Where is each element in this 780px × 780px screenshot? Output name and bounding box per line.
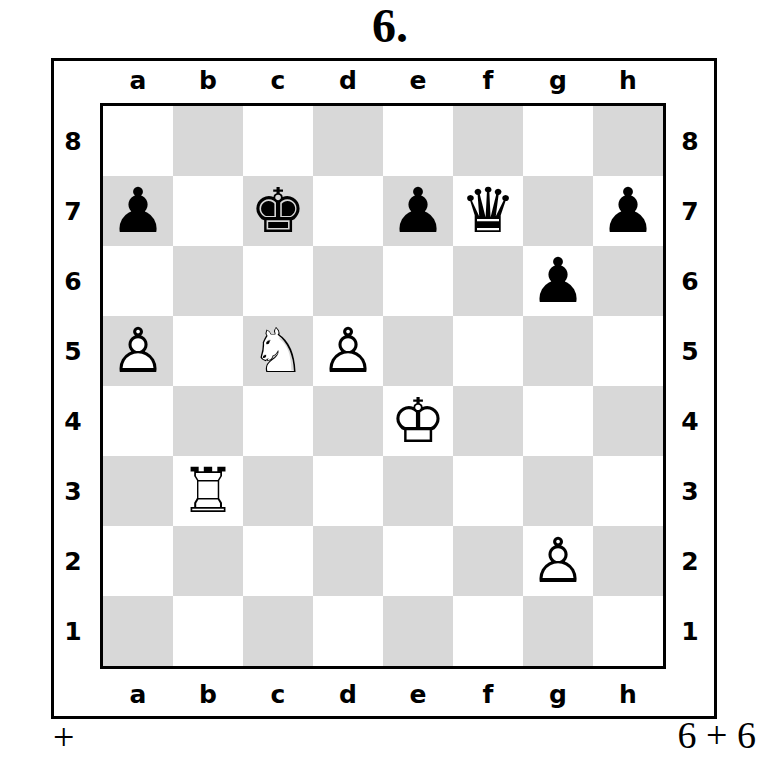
square-e1[interactable] (383, 596, 453, 666)
file-label-b: b (173, 64, 243, 98)
rank-label-1: 1 (55, 596, 91, 666)
square-b4[interactable] (173, 386, 243, 456)
piece-glyph: ♙ (523, 526, 593, 596)
square-h8[interactable] (593, 106, 663, 176)
square-e8[interactable] (383, 106, 453, 176)
square-f6[interactable] (453, 246, 523, 316)
square-e5[interactable] (383, 316, 453, 386)
square-a2[interactable] (103, 526, 173, 596)
square-a8[interactable] (103, 106, 173, 176)
square-e4[interactable]: ♚♔ (383, 386, 453, 456)
piece-glyph: ♖ (173, 456, 243, 526)
square-e6[interactable] (383, 246, 453, 316)
rank-label-5: 5 (672, 316, 708, 386)
piece-glyph: ♟ (593, 176, 663, 246)
square-h3[interactable] (593, 456, 663, 526)
square-b3[interactable]: ♜♖ (173, 456, 243, 526)
square-c7[interactable]: ♚ (243, 176, 313, 246)
square-g4[interactable] (523, 386, 593, 456)
rank-label-8: 8 (672, 106, 708, 176)
rank-label-4: 4 (672, 386, 708, 456)
square-b7[interactable] (173, 176, 243, 246)
rank-label-6: 6 (55, 246, 91, 316)
file-label-c: c (243, 678, 313, 712)
rank-label-5: 5 (55, 316, 91, 386)
square-e3[interactable] (383, 456, 453, 526)
square-h6[interactable] (593, 246, 663, 316)
square-g1[interactable] (523, 596, 593, 666)
square-a7[interactable]: ♟ (103, 176, 173, 246)
square-f4[interactable] (453, 386, 523, 456)
square-f1[interactable] (453, 596, 523, 666)
square-h5[interactable] (593, 316, 663, 386)
square-a4[interactable] (103, 386, 173, 456)
square-f2[interactable] (453, 526, 523, 596)
piece-glyph: ♚ (243, 176, 313, 246)
black-queen: ♛ (453, 176, 523, 246)
white-rook: ♜♖ (173, 456, 243, 526)
square-b6[interactable] (173, 246, 243, 316)
square-g3[interactable] (523, 456, 593, 526)
square-f8[interactable] (453, 106, 523, 176)
piece-glyph: ♛ (453, 176, 523, 246)
white-pawn: ♟♙ (103, 316, 173, 386)
rank-label-2: 2 (672, 526, 708, 596)
white-knight: ♞♘ (243, 316, 313, 386)
rank-label-7: 7 (55, 176, 91, 246)
file-label-g: g (523, 64, 593, 98)
rank-label-3: 3 (55, 456, 91, 526)
square-f7[interactable]: ♛ (453, 176, 523, 246)
piece-glyph: ♙ (103, 316, 173, 386)
square-c2[interactable] (243, 526, 313, 596)
square-f5[interactable] (453, 316, 523, 386)
file-label-f: f (453, 678, 523, 712)
piece-glyph: ♟ (103, 176, 173, 246)
square-e7[interactable]: ♟ (383, 176, 453, 246)
square-c6[interactable] (243, 246, 313, 316)
file-label-f: f (453, 64, 523, 98)
rank-label-4: 4 (55, 386, 91, 456)
rank-label-3: 3 (672, 456, 708, 526)
square-h1[interactable] (593, 596, 663, 666)
square-d1[interactable] (313, 596, 383, 666)
square-c8[interactable] (243, 106, 313, 176)
piece-glyph: ♔ (383, 386, 453, 456)
file-label-e: e (383, 64, 453, 98)
file-labels-top: abcdefgh (103, 64, 663, 98)
rank-label-1: 1 (672, 596, 708, 666)
square-d6[interactable] (313, 246, 383, 316)
square-g6[interactable]: ♟ (523, 246, 593, 316)
piece-count: 6 + 6 (678, 714, 756, 756)
square-a5[interactable]: ♟♙ (103, 316, 173, 386)
square-b1[interactable] (173, 596, 243, 666)
file-label-h: h (593, 678, 663, 712)
square-h2[interactable] (593, 526, 663, 596)
file-label-h: h (593, 64, 663, 98)
file-label-a: a (103, 64, 173, 98)
square-g5[interactable] (523, 316, 593, 386)
square-d2[interactable] (313, 526, 383, 596)
chess-board: ♟♚♟♛♟♟♟♙♞♘♟♙♚♔♜♖♟♙ (100, 103, 666, 669)
square-d4[interactable] (313, 386, 383, 456)
file-label-g: g (523, 678, 593, 712)
square-b2[interactable] (173, 526, 243, 596)
piece-glyph: ♟ (523, 246, 593, 316)
square-d3[interactable] (313, 456, 383, 526)
rank-labels-left: 87654321 (55, 106, 91, 666)
square-a6[interactable] (103, 246, 173, 316)
file-label-d: d (313, 678, 383, 712)
piece-glyph: ♘ (243, 316, 313, 386)
file-label-a: a (103, 678, 173, 712)
white-king: ♚♔ (383, 386, 453, 456)
puzzle-number: 6. (0, 0, 780, 52)
square-a1[interactable] (103, 596, 173, 666)
rank-label-2: 2 (55, 526, 91, 596)
black-pawn: ♟ (593, 176, 663, 246)
rank-label-6: 6 (672, 246, 708, 316)
square-d7[interactable] (313, 176, 383, 246)
file-labels-bottom: abcdefgh (103, 678, 663, 712)
page: 6. abcdefgh 87654321 ♟♚♟♛♟♟♟♙♞♘♟♙♚♔♜♖♟♙ … (0, 0, 780, 780)
square-h4[interactable] (593, 386, 663, 456)
square-g7[interactable] (523, 176, 593, 246)
side-to-move-indicator: + (53, 716, 74, 758)
white-pawn: ♟♙ (523, 526, 593, 596)
square-c3[interactable] (243, 456, 313, 526)
file-label-e: e (383, 678, 453, 712)
black-pawn: ♟ (383, 176, 453, 246)
square-f3[interactable] (453, 456, 523, 526)
square-b5[interactable] (173, 316, 243, 386)
square-c4[interactable] (243, 386, 313, 456)
rank-label-8: 8 (55, 106, 91, 176)
square-c1[interactable] (243, 596, 313, 666)
black-pawn: ♟ (103, 176, 173, 246)
rank-label-7: 7 (672, 176, 708, 246)
piece-glyph: ♟ (383, 176, 453, 246)
rank-labels-right: 87654321 (672, 106, 708, 666)
black-king: ♚ (243, 176, 313, 246)
square-e2[interactable] (383, 526, 453, 596)
square-d5[interactable]: ♟♙ (313, 316, 383, 386)
square-c5[interactable]: ♞♘ (243, 316, 313, 386)
square-h7[interactable]: ♟ (593, 176, 663, 246)
white-pawn: ♟♙ (313, 316, 383, 386)
file-label-c: c (243, 64, 313, 98)
file-label-b: b (173, 678, 243, 712)
piece-glyph: ♙ (313, 316, 383, 386)
black-pawn: ♟ (523, 246, 593, 316)
square-g8[interactable] (523, 106, 593, 176)
square-a3[interactable] (103, 456, 173, 526)
square-g2[interactable]: ♟♙ (523, 526, 593, 596)
square-b8[interactable] (173, 106, 243, 176)
square-d8[interactable] (313, 106, 383, 176)
file-label-d: d (313, 64, 383, 98)
